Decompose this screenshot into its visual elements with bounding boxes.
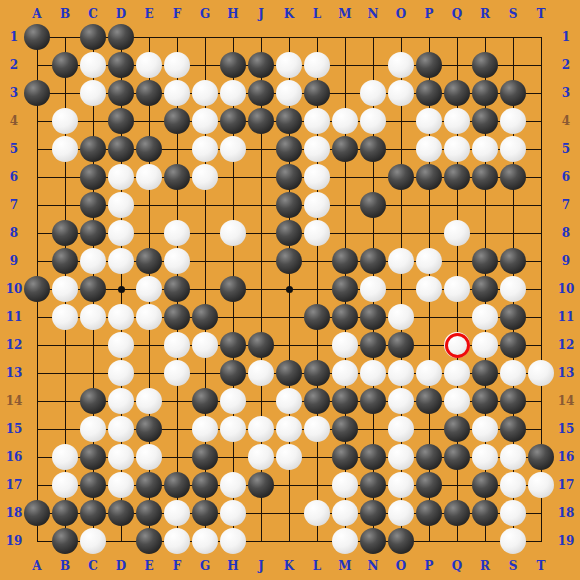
point-M1[interactable] — [331, 23, 359, 51]
point-K14[interactable] — [275, 387, 303, 415]
point-N9[interactable] — [359, 247, 387, 275]
point-L6[interactable] — [303, 163, 331, 191]
point-R8[interactable] — [471, 219, 499, 247]
point-Q17[interactable] — [443, 471, 471, 499]
point-H11[interactable] — [219, 303, 247, 331]
point-C19[interactable] — [79, 527, 107, 555]
point-P3[interactable] — [415, 79, 443, 107]
point-M7[interactable] — [331, 191, 359, 219]
point-K18[interactable] — [275, 499, 303, 527]
point-K7[interactable] — [275, 191, 303, 219]
point-O6[interactable] — [387, 163, 415, 191]
point-S12[interactable] — [499, 331, 527, 359]
point-G4[interactable] — [191, 107, 219, 135]
point-K9[interactable] — [275, 247, 303, 275]
point-A7[interactable] — [23, 191, 51, 219]
point-C16[interactable] — [79, 443, 107, 471]
point-D19[interactable] — [107, 527, 135, 555]
goban[interactable]: AABBCCDDEEFFGGHHJJKKLLMMNNOOPPQQRRSSTT11… — [0, 0, 580, 580]
point-A2[interactable] — [23, 51, 51, 79]
point-A11[interactable] — [23, 303, 51, 331]
point-A18[interactable] — [23, 499, 51, 527]
point-P17[interactable] — [415, 471, 443, 499]
point-C8[interactable] — [79, 219, 107, 247]
point-G17[interactable] — [191, 471, 219, 499]
point-O1[interactable] — [387, 23, 415, 51]
point-N6[interactable] — [359, 163, 387, 191]
point-B12[interactable] — [51, 331, 79, 359]
point-M12[interactable] — [331, 331, 359, 359]
point-M14[interactable] — [331, 387, 359, 415]
point-J4[interactable] — [247, 107, 275, 135]
point-S11[interactable] — [499, 303, 527, 331]
point-S17[interactable] — [499, 471, 527, 499]
point-L19[interactable] — [303, 527, 331, 555]
point-H12[interactable] — [219, 331, 247, 359]
point-B16[interactable] — [51, 443, 79, 471]
point-P8[interactable] — [415, 219, 443, 247]
point-K1[interactable] — [275, 23, 303, 51]
point-D13[interactable] — [107, 359, 135, 387]
point-J14[interactable] — [247, 387, 275, 415]
point-T13[interactable] — [527, 359, 555, 387]
point-P15[interactable] — [415, 415, 443, 443]
point-P6[interactable] — [415, 163, 443, 191]
point-H16[interactable] — [219, 443, 247, 471]
point-S19[interactable] — [499, 527, 527, 555]
point-M2[interactable] — [331, 51, 359, 79]
point-E13[interactable] — [135, 359, 163, 387]
point-E14[interactable] — [135, 387, 163, 415]
point-O9[interactable] — [387, 247, 415, 275]
point-L1[interactable] — [303, 23, 331, 51]
point-O3[interactable] — [387, 79, 415, 107]
point-K15[interactable] — [275, 415, 303, 443]
point-L11[interactable] — [303, 303, 331, 331]
point-A15[interactable] — [23, 415, 51, 443]
point-F12[interactable] — [163, 331, 191, 359]
point-R2[interactable] — [471, 51, 499, 79]
point-H19[interactable] — [219, 527, 247, 555]
point-D2[interactable] — [107, 51, 135, 79]
point-K5[interactable] — [275, 135, 303, 163]
point-P12[interactable] — [415, 331, 443, 359]
point-N13[interactable] — [359, 359, 387, 387]
point-N7[interactable] — [359, 191, 387, 219]
point-S14[interactable] — [499, 387, 527, 415]
point-C10[interactable] — [79, 275, 107, 303]
point-F18[interactable] — [163, 499, 191, 527]
point-P10[interactable] — [415, 275, 443, 303]
point-L10[interactable] — [303, 275, 331, 303]
point-G13[interactable] — [191, 359, 219, 387]
point-R13[interactable] — [471, 359, 499, 387]
point-B15[interactable] — [51, 415, 79, 443]
point-S7[interactable] — [499, 191, 527, 219]
point-B14[interactable] — [51, 387, 79, 415]
point-P9[interactable] — [415, 247, 443, 275]
point-K4[interactable] — [275, 107, 303, 135]
point-O17[interactable] — [387, 471, 415, 499]
point-F16[interactable] — [163, 443, 191, 471]
point-M17[interactable] — [331, 471, 359, 499]
point-S9[interactable] — [499, 247, 527, 275]
point-S10[interactable] — [499, 275, 527, 303]
point-R11[interactable] — [471, 303, 499, 331]
point-R17[interactable] — [471, 471, 499, 499]
point-P1[interactable] — [415, 23, 443, 51]
point-C2[interactable] — [79, 51, 107, 79]
point-S4[interactable] — [499, 107, 527, 135]
point-J19[interactable] — [247, 527, 275, 555]
point-G2[interactable] — [191, 51, 219, 79]
point-H15[interactable] — [219, 415, 247, 443]
point-T3[interactable] — [527, 79, 555, 107]
point-L17[interactable] — [303, 471, 331, 499]
point-B17[interactable] — [51, 471, 79, 499]
point-E16[interactable] — [135, 443, 163, 471]
point-G14[interactable] — [191, 387, 219, 415]
point-H10[interactable] — [219, 275, 247, 303]
point-N2[interactable] — [359, 51, 387, 79]
point-P19[interactable] — [415, 527, 443, 555]
point-K10[interactable] — [275, 275, 303, 303]
point-S16[interactable] — [499, 443, 527, 471]
point-L18[interactable] — [303, 499, 331, 527]
point-G12[interactable] — [191, 331, 219, 359]
point-E8[interactable] — [135, 219, 163, 247]
point-H4[interactable] — [219, 107, 247, 135]
point-M18[interactable] — [331, 499, 359, 527]
point-B7[interactable] — [51, 191, 79, 219]
point-S3[interactable] — [499, 79, 527, 107]
point-M10[interactable] — [331, 275, 359, 303]
point-C18[interactable] — [79, 499, 107, 527]
point-S1[interactable] — [499, 23, 527, 51]
point-N15[interactable] — [359, 415, 387, 443]
point-A13[interactable] — [23, 359, 51, 387]
point-G7[interactable] — [191, 191, 219, 219]
point-Q4[interactable] — [443, 107, 471, 135]
point-F15[interactable] — [163, 415, 191, 443]
point-P13[interactable] — [415, 359, 443, 387]
point-A9[interactable] — [23, 247, 51, 275]
point-C3[interactable] — [79, 79, 107, 107]
point-R12[interactable] — [471, 331, 499, 359]
point-D9[interactable] — [107, 247, 135, 275]
point-M15[interactable] — [331, 415, 359, 443]
point-A17[interactable] — [23, 471, 51, 499]
point-Q13[interactable] — [443, 359, 471, 387]
point-T6[interactable] — [527, 163, 555, 191]
point-H7[interactable] — [219, 191, 247, 219]
point-C15[interactable] — [79, 415, 107, 443]
point-G10[interactable] — [191, 275, 219, 303]
point-S6[interactable] — [499, 163, 527, 191]
point-C1[interactable] — [79, 23, 107, 51]
point-D18[interactable] — [107, 499, 135, 527]
point-M4[interactable] — [331, 107, 359, 135]
point-J11[interactable] — [247, 303, 275, 331]
point-H13[interactable] — [219, 359, 247, 387]
point-A12[interactable] — [23, 331, 51, 359]
point-H14[interactable] — [219, 387, 247, 415]
point-L14[interactable] — [303, 387, 331, 415]
point-F8[interactable] — [163, 219, 191, 247]
point-N11[interactable] — [359, 303, 387, 331]
point-O16[interactable] — [387, 443, 415, 471]
point-O14[interactable] — [387, 387, 415, 415]
point-C4[interactable] — [79, 107, 107, 135]
point-L13[interactable] — [303, 359, 331, 387]
point-G1[interactable] — [191, 23, 219, 51]
point-T8[interactable] — [527, 219, 555, 247]
point-R9[interactable] — [471, 247, 499, 275]
point-B19[interactable] — [51, 527, 79, 555]
point-D15[interactable] — [107, 415, 135, 443]
point-A6[interactable] — [23, 163, 51, 191]
point-C13[interactable] — [79, 359, 107, 387]
point-F11[interactable] — [163, 303, 191, 331]
point-Q10[interactable] — [443, 275, 471, 303]
point-G5[interactable] — [191, 135, 219, 163]
point-O5[interactable] — [387, 135, 415, 163]
point-R14[interactable] — [471, 387, 499, 415]
point-L5[interactable] — [303, 135, 331, 163]
point-F2[interactable] — [163, 51, 191, 79]
point-E19[interactable] — [135, 527, 163, 555]
point-B1[interactable] — [51, 23, 79, 51]
point-B2[interactable] — [51, 51, 79, 79]
point-F3[interactable] — [163, 79, 191, 107]
point-T19[interactable] — [527, 527, 555, 555]
point-C5[interactable] — [79, 135, 107, 163]
point-T10[interactable] — [527, 275, 555, 303]
point-N4[interactable] — [359, 107, 387, 135]
point-A8[interactable] — [23, 219, 51, 247]
point-F7[interactable] — [163, 191, 191, 219]
point-T15[interactable] — [527, 415, 555, 443]
point-D1[interactable] — [107, 23, 135, 51]
point-H3[interactable] — [219, 79, 247, 107]
point-J3[interactable] — [247, 79, 275, 107]
point-N3[interactable] — [359, 79, 387, 107]
point-F6[interactable] — [163, 163, 191, 191]
point-F19[interactable] — [163, 527, 191, 555]
point-S2[interactable] — [499, 51, 527, 79]
point-T7[interactable] — [527, 191, 555, 219]
point-L7[interactable] — [303, 191, 331, 219]
point-H2[interactable] — [219, 51, 247, 79]
point-S18[interactable] — [499, 499, 527, 527]
point-F17[interactable] — [163, 471, 191, 499]
point-G3[interactable] — [191, 79, 219, 107]
point-G15[interactable] — [191, 415, 219, 443]
point-M16[interactable] — [331, 443, 359, 471]
point-Q16[interactable] — [443, 443, 471, 471]
point-P5[interactable] — [415, 135, 443, 163]
point-J15[interactable] — [247, 415, 275, 443]
point-E6[interactable] — [135, 163, 163, 191]
point-E5[interactable] — [135, 135, 163, 163]
point-A3[interactable] — [23, 79, 51, 107]
point-O12[interactable] — [387, 331, 415, 359]
point-P11[interactable] — [415, 303, 443, 331]
point-J16[interactable] — [247, 443, 275, 471]
point-O10[interactable] — [387, 275, 415, 303]
point-G16[interactable] — [191, 443, 219, 471]
point-A19[interactable] — [23, 527, 51, 555]
point-B9[interactable] — [51, 247, 79, 275]
point-A4[interactable] — [23, 107, 51, 135]
point-N8[interactable] — [359, 219, 387, 247]
point-D8[interactable] — [107, 219, 135, 247]
point-Q1[interactable] — [443, 23, 471, 51]
point-S8[interactable] — [499, 219, 527, 247]
point-P4[interactable] — [415, 107, 443, 135]
point-T12[interactable] — [527, 331, 555, 359]
point-L4[interactable] — [303, 107, 331, 135]
point-E3[interactable] — [135, 79, 163, 107]
point-K12[interactable] — [275, 331, 303, 359]
point-B8[interactable] — [51, 219, 79, 247]
point-M9[interactable] — [331, 247, 359, 275]
point-K6[interactable] — [275, 163, 303, 191]
point-D12[interactable] — [107, 331, 135, 359]
point-R10[interactable] — [471, 275, 499, 303]
point-F5[interactable] — [163, 135, 191, 163]
point-B11[interactable] — [51, 303, 79, 331]
point-D10[interactable] — [107, 275, 135, 303]
point-J18[interactable] — [247, 499, 275, 527]
point-D17[interactable] — [107, 471, 135, 499]
point-T5[interactable] — [527, 135, 555, 163]
point-K13[interactable] — [275, 359, 303, 387]
point-F4[interactable] — [163, 107, 191, 135]
point-E18[interactable] — [135, 499, 163, 527]
point-B6[interactable] — [51, 163, 79, 191]
point-L9[interactable] — [303, 247, 331, 275]
point-E2[interactable] — [135, 51, 163, 79]
point-F9[interactable] — [163, 247, 191, 275]
point-G9[interactable] — [191, 247, 219, 275]
point-R19[interactable] — [471, 527, 499, 555]
point-Q12[interactable] — [443, 331, 471, 359]
point-B3[interactable] — [51, 79, 79, 107]
point-N5[interactable] — [359, 135, 387, 163]
point-Q11[interactable] — [443, 303, 471, 331]
point-A5[interactable] — [23, 135, 51, 163]
point-D6[interactable] — [107, 163, 135, 191]
point-M11[interactable] — [331, 303, 359, 331]
point-H17[interactable] — [219, 471, 247, 499]
point-J12[interactable] — [247, 331, 275, 359]
point-T18[interactable] — [527, 499, 555, 527]
point-S13[interactable] — [499, 359, 527, 387]
point-Q18[interactable] — [443, 499, 471, 527]
point-D14[interactable] — [107, 387, 135, 415]
point-D7[interactable] — [107, 191, 135, 219]
point-T1[interactable] — [527, 23, 555, 51]
point-C17[interactable] — [79, 471, 107, 499]
point-R5[interactable] — [471, 135, 499, 163]
point-C6[interactable] — [79, 163, 107, 191]
point-R3[interactable] — [471, 79, 499, 107]
point-Q3[interactable] — [443, 79, 471, 107]
point-P18[interactable] — [415, 499, 443, 527]
point-R7[interactable] — [471, 191, 499, 219]
point-O11[interactable] — [387, 303, 415, 331]
point-M6[interactable] — [331, 163, 359, 191]
point-R4[interactable] — [471, 107, 499, 135]
point-E17[interactable] — [135, 471, 163, 499]
point-E9[interactable] — [135, 247, 163, 275]
point-L3[interactable] — [303, 79, 331, 107]
point-R15[interactable] — [471, 415, 499, 443]
point-R18[interactable] — [471, 499, 499, 527]
point-E4[interactable] — [135, 107, 163, 135]
point-O18[interactable] — [387, 499, 415, 527]
point-R1[interactable] — [471, 23, 499, 51]
point-L12[interactable] — [303, 331, 331, 359]
point-H5[interactable] — [219, 135, 247, 163]
point-E12[interactable] — [135, 331, 163, 359]
point-Q19[interactable] — [443, 527, 471, 555]
point-G19[interactable] — [191, 527, 219, 555]
point-J1[interactable] — [247, 23, 275, 51]
point-C9[interactable] — [79, 247, 107, 275]
point-B13[interactable] — [51, 359, 79, 387]
point-J8[interactable] — [247, 219, 275, 247]
point-J17[interactable] — [247, 471, 275, 499]
point-H18[interactable] — [219, 499, 247, 527]
point-N10[interactable] — [359, 275, 387, 303]
point-T4[interactable] — [527, 107, 555, 135]
point-E10[interactable] — [135, 275, 163, 303]
point-J10[interactable] — [247, 275, 275, 303]
point-T17[interactable] — [527, 471, 555, 499]
point-T2[interactable] — [527, 51, 555, 79]
point-L15[interactable] — [303, 415, 331, 443]
point-N17[interactable] — [359, 471, 387, 499]
point-Q9[interactable] — [443, 247, 471, 275]
point-K3[interactable] — [275, 79, 303, 107]
point-D5[interactable] — [107, 135, 135, 163]
point-N19[interactable] — [359, 527, 387, 555]
point-J9[interactable] — [247, 247, 275, 275]
point-L16[interactable] — [303, 443, 331, 471]
point-T9[interactable] — [527, 247, 555, 275]
point-Q6[interactable] — [443, 163, 471, 191]
point-M13[interactable] — [331, 359, 359, 387]
point-O15[interactable] — [387, 415, 415, 443]
point-Q8[interactable] — [443, 219, 471, 247]
point-O4[interactable] — [387, 107, 415, 135]
point-F1[interactable] — [163, 23, 191, 51]
point-H1[interactable] — [219, 23, 247, 51]
point-K8[interactable] — [275, 219, 303, 247]
point-C14[interactable] — [79, 387, 107, 415]
point-K17[interactable] — [275, 471, 303, 499]
point-E7[interactable] — [135, 191, 163, 219]
point-G6[interactable] — [191, 163, 219, 191]
point-D3[interactable] — [107, 79, 135, 107]
point-C12[interactable] — [79, 331, 107, 359]
point-H6[interactable] — [219, 163, 247, 191]
point-N12[interactable] — [359, 331, 387, 359]
point-K11[interactable] — [275, 303, 303, 331]
point-Q14[interactable] — [443, 387, 471, 415]
